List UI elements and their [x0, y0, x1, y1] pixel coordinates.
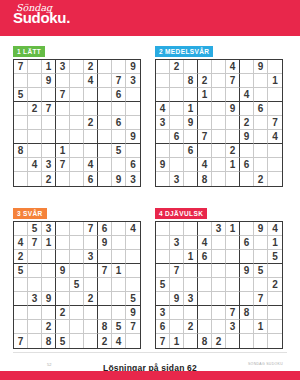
sudoku-cell-r2c2: 7	[28, 236, 42, 250]
sudoku-cell-r7c6	[84, 144, 98, 158]
sudoku-cell-r8c5	[70, 158, 84, 172]
sudoku-cell-r7c9	[126, 144, 140, 158]
sudoku-cell-r8c7	[98, 158, 112, 172]
bottom-red-bar	[0, 371, 300, 380]
sudoku-cell-r3c1	[156, 250, 170, 264]
sudoku-cell-r9c2: 1	[170, 334, 184, 348]
sudoku-cell-r7c5	[70, 306, 84, 320]
sudoku-cell-r3c6	[226, 88, 240, 102]
sudoku-cell-r4c2: 7	[170, 264, 184, 278]
sudoku-cell-r3c9	[268, 88, 282, 102]
sudoku-cell-r6c4: 7	[198, 130, 212, 144]
sudoku-cell-r7c7	[98, 144, 112, 158]
sudoku-cell-r3c8	[254, 250, 268, 264]
sudoku-cell-r2c1	[156, 74, 170, 88]
sudoku-cell-r3c4	[56, 250, 70, 264]
sudoku-cell-r5c6	[84, 278, 98, 292]
sudoku-cell-r6c8	[112, 292, 126, 306]
difficulty-badge-2: 2MEDELSVÅR	[155, 46, 213, 57]
sudoku-cell-r8c2	[170, 320, 184, 334]
sudoku-cell-r4c9	[126, 264, 140, 278]
sudoku-cell-r3c6	[226, 250, 240, 264]
sudoku-cell-r2c8	[254, 236, 268, 250]
sudoku-cell-r3c3	[42, 88, 56, 102]
sudoku-cell-r3c2	[170, 250, 184, 264]
sudoku-cell-r9c1: 7	[14, 334, 28, 348]
sudoku-cell-r8c8: 1	[254, 320, 268, 334]
sudoku-cell-r4c1	[14, 102, 28, 116]
sudoku-cell-r5c5	[70, 116, 84, 130]
sudoku-cell-r7c2	[170, 306, 184, 320]
sudoku-cell-r9c1	[14, 172, 28, 186]
sudoku-cell-r8c6: 3	[226, 320, 240, 334]
sudoku-cell-r2c4	[56, 74, 70, 88]
sudoku-cell-r2c6	[84, 236, 98, 250]
sudoku-cell-r2c1	[14, 74, 28, 88]
sudoku-cell-r7c9	[268, 144, 282, 158]
sudoku-cell-r1c2	[170, 222, 184, 236]
sudoku-cell-r6c2	[28, 130, 42, 144]
sudoku-cell-r9c6	[84, 334, 98, 348]
sudoku-cell-r9c3	[184, 334, 198, 348]
sudoku-cell-r7c2	[28, 144, 42, 158]
sudoku-cell-r5c1	[14, 116, 28, 130]
sudoku-cell-r7c4: 2	[56, 306, 70, 320]
sudoku-cell-r3c4: 7	[56, 88, 70, 102]
sudoku-logo: Söndag Sudoku.	[13, 3, 70, 25]
sudoku-cell-r3c3	[184, 88, 198, 102]
sudoku-cell-r6c5	[212, 292, 226, 306]
sudoku-cell-r1c7: 6	[98, 222, 112, 236]
sudoku-cell-r8c4: 4	[198, 158, 212, 172]
sudoku-cell-r7c9: 9	[126, 306, 140, 320]
sudoku-cell-r2c4: 4	[198, 236, 212, 250]
sudoku-cell-r2c2	[28, 74, 42, 88]
sudoku-cell-r6c8	[254, 130, 268, 144]
sudoku-cell-r2c6: 4	[84, 74, 98, 88]
sudoku-cell-r9c3	[184, 172, 198, 186]
sudoku-cell-r2c1: 4	[14, 236, 28, 250]
sudoku-cell-r6c4	[198, 292, 212, 306]
sudoku-cell-r5c2	[28, 116, 42, 130]
sudoku-cell-r2c8: 7	[112, 74, 126, 88]
sudoku-cell-r7c6: 7	[226, 306, 240, 320]
sudoku-cell-r6c9	[268, 292, 282, 306]
badge-number: 1	[17, 48, 21, 55]
sudoku-cell-r1c7	[240, 222, 254, 236]
sudoku-cell-r8c9: 6	[126, 158, 140, 172]
sudoku-cell-r1c4	[198, 222, 212, 236]
sudoku-cell-r6c9: 4	[268, 130, 282, 144]
sudoku-cell-r5c7	[240, 278, 254, 292]
sudoku-cell-r3c9: 5	[268, 250, 282, 264]
sudoku-cell-r4c6: 9	[226, 102, 240, 116]
sudoku-cell-r1c9: 9	[126, 60, 140, 74]
puzzle-section-2: 2MEDELSVÅR 24982711441963927679462941638…	[155, 40, 285, 187]
sudoku-cell-r2c4	[56, 236, 70, 250]
sudoku-cell-r9c4: 5	[56, 334, 70, 348]
sudoku-cell-r4c1: 5	[14, 264, 28, 278]
sudoku-cell-r1c1	[14, 222, 28, 236]
sudoku-cell-r9c4: 8	[198, 172, 212, 186]
sudoku-cell-r6c1	[14, 130, 28, 144]
sudoku-cell-r8c2	[28, 320, 42, 334]
sudoku-cell-r1c8: 9	[254, 222, 268, 236]
sudoku-cell-r8c3	[184, 158, 198, 172]
sudoku-cell-r9c4: 8	[198, 334, 212, 348]
sudoku-cell-r4c3	[184, 264, 198, 278]
sudoku-cell-r8c2: 4	[28, 158, 42, 172]
sudoku-cell-r5c8	[254, 116, 268, 130]
sudoku-cell-r3c8	[254, 88, 268, 102]
sudoku-cell-r3c3	[42, 250, 56, 264]
sudoku-cell-r7c5	[212, 144, 226, 158]
sudoku-cell-r1c1: 7	[14, 60, 28, 74]
sudoku-cell-r6c2: 3	[28, 292, 42, 306]
sudoku-cell-r1c6: 1	[226, 222, 240, 236]
sudoku-cell-r8c9	[268, 320, 282, 334]
sudoku-cell-r3c8	[112, 250, 126, 264]
sudoku-cell-r2c7	[240, 74, 254, 88]
sudoku-cell-r6c4	[56, 130, 70, 144]
puzzle-section-3: 3SVÅR 5376447192359715392529285778524	[13, 202, 143, 349]
sudoku-cell-r4c8: 6	[254, 102, 268, 116]
sudoku-cell-r5c1	[14, 278, 28, 292]
sudoku-cell-r6c9: 5	[126, 292, 140, 306]
sudoku-cell-r5c9: 7	[268, 116, 282, 130]
sudoku-cell-r8c4	[198, 320, 212, 334]
sudoku-grid-3: 5376447192359715392529285778524	[13, 221, 141, 349]
sudoku-cell-r3c2	[28, 88, 42, 102]
sudoku-cell-r7c5	[70, 144, 84, 158]
sudoku-cell-r2c9: 1	[268, 236, 282, 250]
sudoku-cell-r1c4	[198, 60, 212, 74]
sudoku-cell-r7c1: 8	[14, 144, 28, 158]
sudoku-cell-r1c3	[184, 222, 198, 236]
sudoku-cell-r3c7	[98, 88, 112, 102]
sudoku-cell-r6c6: 2	[84, 292, 98, 306]
sudoku-cell-r2c2	[170, 74, 184, 88]
sudoku-cell-r3c1	[156, 88, 170, 102]
sudoku-cell-r5c2	[28, 278, 42, 292]
sudoku-cell-r4c8: 5	[254, 264, 268, 278]
sudoku-cell-r1c2	[28, 60, 42, 74]
sudoku-cell-r2c7	[98, 74, 112, 88]
sudoku-cell-r7c1	[156, 144, 170, 158]
page-number: 52	[47, 362, 51, 367]
sudoku-cell-r5c6: 2	[84, 116, 98, 130]
sudoku-cell-r9c9	[126, 334, 140, 348]
sudoku-cell-r5c1: 3	[156, 116, 170, 130]
sudoku-cell-r6c2: 9	[170, 292, 184, 306]
sudoku-cell-r7c2	[170, 144, 184, 158]
sudoku-cell-r3c7	[240, 250, 254, 264]
sudoku-cell-r3c4: 6	[198, 250, 212, 264]
sudoku-cell-r8c5	[212, 320, 226, 334]
sudoku-cell-r8c1: 9	[156, 158, 170, 172]
sudoku-cell-r1c7	[98, 60, 112, 74]
sudoku-cell-r8c1	[14, 158, 28, 172]
sudoku-cell-r9c2	[28, 334, 42, 348]
sudoku-cell-r1c6: 4	[226, 60, 240, 74]
sudoku-cell-r7c1	[14, 306, 28, 320]
sudoku-cell-r1c3	[184, 60, 198, 74]
sudoku-cell-r5c8: 6	[112, 116, 126, 130]
sudoku-cell-r1c3: 3	[42, 222, 56, 236]
sudoku-cell-r2c8	[112, 236, 126, 250]
sudoku-cell-r3c5	[212, 250, 226, 264]
sudoku-cell-r9c9	[268, 172, 282, 186]
sudoku-cell-r7c9	[268, 306, 282, 320]
sudoku-cell-r8c2	[170, 158, 184, 172]
sudoku-cell-r7c6: 2	[226, 144, 240, 158]
sudoku-cell-r7c4	[198, 144, 212, 158]
sudoku-cell-r6c4	[56, 292, 70, 306]
sudoku-cell-r2c5	[212, 74, 226, 88]
sudoku-cell-r7c7: 8	[240, 306, 254, 320]
sudoku-cell-r5c3	[184, 278, 198, 292]
badge-label: MEDELSVÅR	[165, 48, 209, 55]
sudoku-cell-r5c3: 9	[184, 116, 198, 130]
sudoku-cell-r1c9: 4	[268, 222, 282, 236]
sudoku-cell-r4c6	[84, 264, 98, 278]
sudoku-cell-r9c1: 7	[156, 334, 170, 348]
sudoku-cell-r9c5	[70, 334, 84, 348]
sudoku-cell-r8c8: 5	[112, 320, 126, 334]
sudoku-cell-r4c9	[268, 102, 282, 116]
sudoku-cell-r6c3	[184, 130, 198, 144]
sudoku-cell-r9c8: 2	[254, 172, 268, 186]
puzzle-section-1: 1LÄTT 71329947357627269815437462693	[13, 40, 143, 187]
difficulty-badge-1: 1LÄTT	[13, 46, 45, 57]
sudoku-cell-r5c6	[226, 116, 240, 130]
sudoku-cell-r3c2	[170, 88, 184, 102]
badge-number: 4	[159, 210, 163, 217]
sudoku-cell-r6c1	[14, 292, 28, 306]
sudoku-cell-r1c5	[70, 60, 84, 74]
sudoku-cell-r5c8	[112, 278, 126, 292]
sudoku-cell-r4c3: 1	[184, 102, 198, 116]
sudoku-cell-r7c8	[254, 144, 268, 158]
sudoku-cell-r3c7	[98, 250, 112, 264]
sudoku-cell-r2c5	[212, 236, 226, 250]
sudoku-cell-r1c9	[268, 60, 282, 74]
sudoku-cell-r8c8	[112, 158, 126, 172]
sudoku-cell-r3c6: 3	[84, 250, 98, 264]
sudoku-cell-r6c5	[70, 130, 84, 144]
sudoku-cell-r8c5	[212, 158, 226, 172]
sudoku-cell-r9c7: 2	[98, 334, 112, 348]
sudoku-cell-r6c1	[156, 292, 170, 306]
sudoku-cell-r2c7: 6	[240, 236, 254, 250]
sudoku-cell-r9c2	[28, 172, 42, 186]
sudoku-cell-r3c2	[28, 250, 42, 264]
sudoku-cell-r3c3: 1	[184, 250, 198, 264]
sudoku-cell-r8c4: 7	[56, 158, 70, 172]
sudoku-cell-r8c3: 2	[184, 320, 198, 334]
sudoku-cell-r6c3: 3	[184, 292, 198, 306]
sudoku-cell-r6c7	[98, 292, 112, 306]
sudoku-cell-r6c3: 9	[42, 292, 56, 306]
sudoku-cell-r7c4: 1	[56, 144, 70, 158]
sudoku-cell-r2c3: 9	[42, 74, 56, 88]
sudoku-cell-r1c6: 7	[84, 222, 98, 236]
sudoku-cell-r9c6: 6	[84, 172, 98, 186]
sudoku-cell-r2c3: 8	[184, 74, 198, 88]
sudoku-cell-r2c5	[70, 74, 84, 88]
sudoku-cell-r5c4	[198, 278, 212, 292]
sudoku-cell-r8c9	[268, 158, 282, 172]
sudoku-cell-r5c9: 2	[268, 278, 282, 292]
sudoku-cell-r2c4: 2	[198, 74, 212, 88]
difficulty-badge-4: 4DJÄVULSK	[155, 208, 207, 219]
sudoku-grid-1: 71329947357627269815437462693	[13, 59, 141, 187]
sudoku-cell-r4c5	[70, 102, 84, 116]
sudoku-cell-r7c3	[42, 306, 56, 320]
sudoku-cell-r8c7	[240, 320, 254, 334]
sudoku-cell-r9c3: 8	[42, 334, 56, 348]
sudoku-cell-r1c1	[156, 222, 170, 236]
sudoku-cell-r1c5	[70, 222, 84, 236]
sudoku-cell-r1c2: 2	[170, 60, 184, 74]
sudoku-cell-r9c8: 4	[112, 334, 126, 348]
sudoku-cell-r2c9: 3	[126, 74, 140, 88]
sudoku-cell-r4c8	[112, 102, 126, 116]
sudoku-cell-r9c6	[226, 334, 240, 348]
sudoku-cell-r4c4: 9	[56, 264, 70, 278]
difficulty-badge-3: 3SVÅR	[13, 208, 47, 219]
sudoku-cell-r5c9	[126, 278, 140, 292]
sudoku-cell-r5c5	[212, 116, 226, 130]
sudoku-cell-r7c3	[42, 144, 56, 158]
sudoku-cell-r4c5	[212, 102, 226, 116]
sudoku-cell-r5c2	[170, 278, 184, 292]
sudoku-cell-r5c5: 5	[70, 278, 84, 292]
sudoku-cell-r3c9	[126, 250, 140, 264]
sudoku-cell-r2c9: 1	[268, 74, 282, 88]
sudoku-cell-r8c8	[254, 158, 268, 172]
sudoku-cell-r1c5	[212, 60, 226, 74]
sudoku-cell-r4c4	[198, 264, 212, 278]
sudoku-cell-r4c7	[98, 102, 112, 116]
sudoku-cell-r4c7	[240, 102, 254, 116]
sudoku-cell-r5c4	[56, 116, 70, 130]
sudoku-cell-r1c2: 5	[28, 222, 42, 236]
logo-main-text: Sudoku.	[13, 10, 70, 25]
sudoku-cell-r4c4	[56, 102, 70, 116]
sudoku-cell-r8c9: 7	[126, 320, 140, 334]
sudoku-cell-r8c6: 1	[226, 158, 240, 172]
sudoku-cell-r1c1	[156, 60, 170, 74]
sudoku-cell-r4c1: 4	[156, 102, 170, 116]
sudoku-cell-r1c7	[240, 60, 254, 74]
sudoku-grid-4: 319434611657955293737862317182	[155, 221, 283, 349]
sudoku-cell-r2c1	[156, 236, 170, 250]
sudoku-cell-r3c5	[212, 88, 226, 102]
sudoku-cell-r8c4	[56, 320, 70, 334]
sudoku-cell-r7c7	[98, 306, 112, 320]
puzzle-section-4: 4DJÄVULSK 319434611657955293737862317182	[155, 202, 285, 349]
sudoku-cell-r5c3	[42, 116, 56, 130]
sudoku-cell-r8c3: 3	[42, 158, 56, 172]
sudoku-cell-r6c1	[156, 130, 170, 144]
sudoku-cell-r4c6	[226, 264, 240, 278]
sudoku-cell-r9c7	[240, 334, 254, 348]
sudoku-cell-r2c3	[184, 236, 198, 250]
sudoku-cell-r8c5	[70, 320, 84, 334]
sudoku-cell-r9c3: 2	[42, 172, 56, 186]
sudoku-cell-r6c8: 7	[254, 292, 268, 306]
sudoku-cell-r5c7	[98, 278, 112, 292]
sudoku-cell-r9c2: 3	[170, 172, 184, 186]
sudoku-cell-r1c5: 3	[212, 222, 226, 236]
sudoku-cell-r1c4: 3	[56, 60, 70, 74]
sudoku-cell-r4c9	[126, 102, 140, 116]
sudoku-cell-r4c5	[212, 264, 226, 278]
sudoku-cell-r2c6	[226, 236, 240, 250]
sudoku-cell-r9c5	[70, 172, 84, 186]
sudoku-cell-r5c7: 2	[240, 116, 254, 130]
sudoku-cell-r4c4	[198, 102, 212, 116]
sudoku-cell-r2c8	[254, 74, 268, 88]
sudoku-cell-r7c3	[184, 306, 198, 320]
sudoku-cell-r7c8: 5	[112, 144, 126, 158]
sudoku-cell-r3c6	[84, 88, 98, 102]
sudoku-cell-r4c3	[42, 264, 56, 278]
sudoku-cell-r4c6	[84, 102, 98, 116]
sudoku-cell-r9c1	[156, 172, 170, 186]
sudoku-cell-r7c3: 6	[184, 144, 198, 158]
sudoku-cell-r6c6	[226, 292, 240, 306]
sudoku-cell-r2c3: 1	[42, 236, 56, 250]
sudoku-cell-r4c7: 7	[98, 264, 112, 278]
sudoku-cell-r8c6	[84, 320, 98, 334]
sudoku-cell-r8c7: 8	[98, 320, 112, 334]
sudoku-cell-r4c9	[268, 264, 282, 278]
badge-label: DJÄVULSK	[165, 210, 203, 217]
sudoku-cell-r6c8	[112, 130, 126, 144]
sudoku-cell-r5c5	[212, 278, 226, 292]
sudoku-cell-r8c6: 4	[84, 158, 98, 172]
sudoku-cell-r7c2	[28, 306, 42, 320]
sudoku-cell-r2c9	[126, 236, 140, 250]
sudoku-cell-r5c4	[56, 278, 70, 292]
sudoku-grid-2: 249827114419639276794629416382	[155, 59, 283, 187]
sudoku-cell-r4c2	[28, 264, 42, 278]
sudoku-cell-r6c7	[240, 292, 254, 306]
sudoku-cell-r5c4	[198, 116, 212, 130]
sudoku-cell-r2c5	[70, 236, 84, 250]
badge-number: 2	[159, 48, 163, 55]
badge-number: 3	[17, 210, 21, 217]
sudoku-cell-r3c4: 1	[198, 88, 212, 102]
sudoku-cell-r5c9	[126, 116, 140, 130]
sudoku-cell-r1c9: 4	[126, 222, 140, 236]
sudoku-cell-r6c7: 9	[240, 130, 254, 144]
sudoku-cell-r7c1: 3	[156, 306, 170, 320]
header-banner: Söndag Sudoku.	[0, 0, 300, 36]
sudoku-cell-r8c1	[14, 320, 28, 334]
sudoku-cell-r7c5	[212, 306, 226, 320]
sudoku-cell-r4c2	[170, 102, 184, 116]
badge-label: SVÅR	[23, 210, 43, 217]
sudoku-cell-r5c1: 5	[156, 278, 170, 292]
sudoku-cell-r8c7: 6	[240, 158, 254, 172]
sudoku-cell-r9c8: 9	[112, 172, 126, 186]
sudoku-cell-r7c6	[84, 306, 98, 320]
sudoku-cell-r7c8	[254, 306, 268, 320]
sudoku-cell-r2c6: 7	[226, 74, 240, 88]
